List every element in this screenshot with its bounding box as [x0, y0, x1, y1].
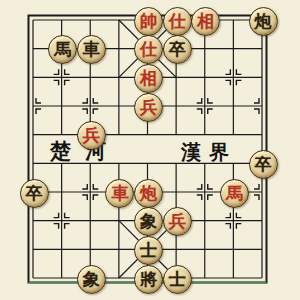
piece-red-general[interactable]: 帥: [134, 7, 163, 36]
piece-black-chariot[interactable]: 車: [77, 35, 106, 64]
piece-black-soldier[interactable]: 卒: [163, 35, 192, 64]
piece-black-advisor[interactable]: 士: [134, 236, 163, 265]
xiangqi-board[interactable]: 楚河 漢界 帥仕相仕相兵兵車炮馬兵炮馬車卒卒卒象士象將士: [0, 0, 300, 300]
piece-red-horse[interactable]: 馬: [220, 179, 249, 208]
piece-black-cannon[interactable]: 炮: [249, 7, 278, 36]
piece-red-chariot[interactable]: 車: [105, 179, 134, 208]
piece-red-elephant[interactable]: 相: [134, 64, 163, 93]
river-label-han-jie: 漢界: [181, 139, 237, 166]
piece-black-elephant[interactable]: 象: [134, 207, 163, 236]
piece-red-soldier[interactable]: 兵: [134, 93, 163, 122]
piece-red-cannon[interactable]: 炮: [134, 179, 163, 208]
piece-black-soldier[interactable]: 卒: [249, 150, 278, 179]
piece-red-elephant[interactable]: 相: [191, 7, 220, 36]
piece-black-advisor[interactable]: 士: [163, 265, 192, 294]
piece-black-soldier[interactable]: 卒: [20, 179, 49, 208]
piece-black-general[interactable]: 將: [134, 265, 163, 294]
piece-red-soldier[interactable]: 兵: [77, 121, 106, 150]
piece-red-soldier[interactable]: 兵: [163, 207, 192, 236]
piece-red-advisor[interactable]: 仕: [134, 35, 163, 64]
piece-red-advisor[interactable]: 仕: [163, 7, 192, 36]
piece-black-elephant[interactable]: 象: [77, 265, 106, 294]
